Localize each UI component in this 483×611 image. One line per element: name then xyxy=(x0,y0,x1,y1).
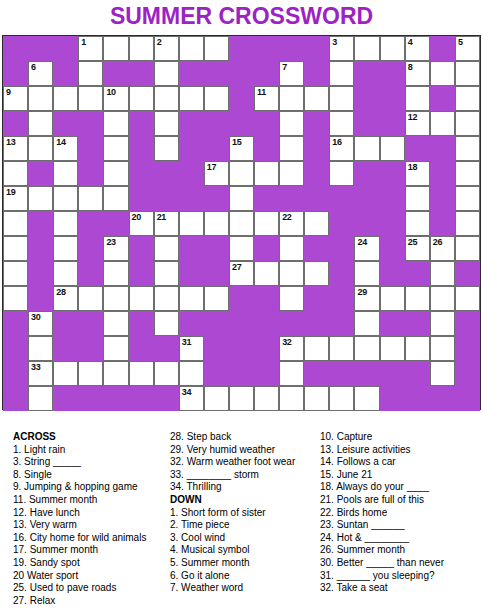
grid-cell[interactable] xyxy=(254,386,279,411)
grid-cell[interactable]: 6 xyxy=(28,61,53,86)
block-cell xyxy=(430,36,455,61)
block-cell xyxy=(380,311,405,336)
grid-cell[interactable]: 21 xyxy=(154,211,179,236)
block-cell xyxy=(279,186,304,211)
grid-cell[interactable] xyxy=(53,186,78,211)
clue-item: 29. Very humid weather xyxy=(170,444,318,457)
grid-cell[interactable] xyxy=(279,286,304,311)
grid-cell[interactable] xyxy=(254,261,279,286)
grid-cell[interactable]: 30 xyxy=(28,311,53,336)
clue-item: 21. Pools are full of this xyxy=(320,494,480,507)
grid-cell[interactable]: 19 xyxy=(3,186,28,211)
grid-cell[interactable] xyxy=(354,36,379,61)
grid-cell[interactable] xyxy=(103,36,128,61)
grid-cell[interactable]: 1 xyxy=(78,36,103,61)
grid-cell[interactable] xyxy=(154,236,179,261)
grid-cell[interactable] xyxy=(430,336,455,361)
block-cell xyxy=(179,161,204,186)
clue-item: 14. Follows a car xyxy=(320,456,480,469)
across-header: ACROSS xyxy=(13,431,168,444)
block-cell xyxy=(3,336,28,361)
grid-cell[interactable] xyxy=(53,261,78,286)
block-cell xyxy=(304,311,329,336)
block-cell xyxy=(78,386,103,411)
grid-cell[interactable]: 3 xyxy=(329,36,354,61)
grid-cell[interactable] xyxy=(279,386,304,411)
grid-cell[interactable] xyxy=(279,86,304,111)
block-cell xyxy=(380,86,405,111)
clue-item: 6. Go it alone xyxy=(170,570,318,583)
grid-cell[interactable] xyxy=(28,86,53,111)
across-clue-list-1: 1. Light rain3. String _____8. Single9. … xyxy=(13,444,168,608)
clue-item: 28. Step back xyxy=(170,431,318,444)
block-cell xyxy=(229,61,254,86)
clue-number: 33 xyxy=(31,362,40,373)
grid-cell[interactable] xyxy=(455,61,480,86)
grid-cell[interactable] xyxy=(455,211,480,236)
block-cell xyxy=(129,111,154,136)
grid-cell[interactable]: 32 xyxy=(279,336,304,361)
block-cell xyxy=(229,36,254,61)
block-cell xyxy=(53,386,78,411)
block-cell xyxy=(129,161,154,186)
block-cell xyxy=(430,186,455,211)
block-cell xyxy=(28,36,53,61)
grid-cell[interactable] xyxy=(154,86,179,111)
grid-cell[interactable] xyxy=(455,286,480,311)
grid-cell[interactable] xyxy=(103,261,128,286)
grid-cell[interactable] xyxy=(304,261,329,286)
grid-cell[interactable]: 34 xyxy=(179,386,204,411)
grid-cell[interactable] xyxy=(329,86,354,111)
block-cell xyxy=(254,186,279,211)
clue-item: 10. Capture xyxy=(320,431,480,444)
block-cell xyxy=(380,386,405,411)
block-cell xyxy=(304,136,329,161)
block-cell xyxy=(304,61,329,86)
crossword-grid: 1234567891011121314151617181920212223242… xyxy=(2,35,481,410)
block-cell xyxy=(53,111,78,136)
grid-cell[interactable]: 14 xyxy=(53,136,78,161)
grid-cell[interactable]: 10 xyxy=(103,86,128,111)
clue-item: 1. Light rain xyxy=(13,444,168,457)
grid-cell[interactable] xyxy=(154,361,179,386)
grid-cell[interactable] xyxy=(78,86,103,111)
block-cell xyxy=(179,311,204,336)
block-cell xyxy=(329,261,354,286)
clue-number: 6 xyxy=(31,62,36,73)
clue-item: 20 Water sport xyxy=(13,570,168,583)
block-cell xyxy=(354,86,379,111)
grid-cell[interactable] xyxy=(430,286,455,311)
clue-column-2: 28. Step back29. Very humid weather32. W… xyxy=(170,431,318,595)
clue-number: 15 xyxy=(232,137,241,148)
grid-cell[interactable]: 13 xyxy=(3,136,28,161)
grid-cell[interactable] xyxy=(78,186,103,211)
grid-cell[interactable] xyxy=(455,136,480,161)
clue-item: 13. Very warm xyxy=(13,519,168,532)
grid-cell[interactable]: 16 xyxy=(329,136,354,161)
block-cell xyxy=(103,61,128,86)
block-cell xyxy=(53,336,78,361)
grid-cell[interactable] xyxy=(28,111,53,136)
grid-cell[interactable] xyxy=(304,336,329,361)
block-cell xyxy=(229,311,254,336)
grid-cell[interactable]: 8 xyxy=(405,61,430,86)
block-cell xyxy=(430,211,455,236)
grid-cell[interactable] xyxy=(3,211,28,236)
grid-cell[interactable] xyxy=(204,286,229,311)
grid-cell[interactable]: 15 xyxy=(229,136,254,161)
clue-item: 32. Warm weather foot wear xyxy=(170,456,318,469)
clue-item: 30. Better _____ than never xyxy=(320,557,480,570)
grid-cell[interactable] xyxy=(179,36,204,61)
clue-item: 9. Jumping & hopping game xyxy=(13,481,168,494)
block-cell xyxy=(279,36,304,61)
grid-cell[interactable] xyxy=(455,236,480,261)
grid-cell[interactable] xyxy=(354,336,379,361)
block-cell xyxy=(380,211,405,236)
block-cell xyxy=(380,61,405,86)
grid-cell[interactable]: 23 xyxy=(103,236,128,261)
grid-cell[interactable] xyxy=(154,136,179,161)
block-cell xyxy=(229,361,254,386)
block-cell xyxy=(304,186,329,211)
grid-cell[interactable] xyxy=(28,186,53,211)
block-cell xyxy=(254,236,279,261)
clue-number: 4 xyxy=(408,37,413,48)
block-cell xyxy=(304,361,329,386)
block-cell xyxy=(103,211,128,236)
grid-cell[interactable] xyxy=(129,36,154,61)
clue-number: 5 xyxy=(458,37,463,48)
clue-number: 28 xyxy=(56,287,65,298)
grid-cell[interactable] xyxy=(430,311,455,336)
grid-cell[interactable] xyxy=(430,361,455,386)
grid-cell[interactable] xyxy=(279,261,304,286)
clue-number: 23 xyxy=(106,237,115,248)
grid-cell[interactable] xyxy=(405,286,430,311)
grid-cell[interactable] xyxy=(380,286,405,311)
clue-item: 7. Weather word xyxy=(170,582,318,595)
grid-cell[interactable] xyxy=(78,61,103,86)
clue-item: 8. Single xyxy=(13,469,168,482)
grid-cell[interactable] xyxy=(3,261,28,286)
clue-number: 1 xyxy=(81,37,86,48)
block-cell xyxy=(28,236,53,261)
grid-cell[interactable] xyxy=(329,111,354,136)
block-cell xyxy=(204,111,229,136)
grid-cell[interactable] xyxy=(103,286,128,311)
grid-cell[interactable] xyxy=(430,111,455,136)
clue-item: 27. Relax xyxy=(13,595,168,608)
block-cell xyxy=(204,311,229,336)
grid-cell[interactable]: 29 xyxy=(354,286,379,311)
grid-cell[interactable] xyxy=(380,136,405,161)
grid-cell[interactable]: 7 xyxy=(279,61,304,86)
grid-cell[interactable] xyxy=(430,61,455,86)
block-cell xyxy=(204,236,229,261)
clue-number: 9 xyxy=(6,87,11,98)
block-cell xyxy=(28,286,53,311)
block-cell xyxy=(254,286,279,311)
grid-cell[interactable] xyxy=(78,286,103,311)
grid-cell[interactable]: 5 xyxy=(455,36,480,61)
clue-item: 2. Time piece xyxy=(170,519,318,532)
grid-cell[interactable] xyxy=(405,211,430,236)
grid-cell[interactable] xyxy=(103,111,128,136)
clue-number: 22 xyxy=(282,212,291,223)
clue-item: 17. Summer month xyxy=(13,544,168,557)
grid-cell[interactable] xyxy=(103,336,128,361)
block-cell xyxy=(254,311,279,336)
block-cell xyxy=(229,336,254,361)
block-cell xyxy=(129,136,154,161)
block-cell xyxy=(354,61,379,86)
grid-cell[interactable] xyxy=(405,86,430,111)
block-cell xyxy=(405,136,430,161)
grid-cell[interactable] xyxy=(103,361,128,386)
clue-item: 13. Leisure activities xyxy=(320,444,480,457)
grid-cell[interactable]: 2 xyxy=(154,36,179,61)
block-cell xyxy=(3,361,28,386)
grid-cell[interactable] xyxy=(329,161,354,186)
block-cell xyxy=(279,311,304,336)
grid-cell[interactable] xyxy=(129,286,154,311)
grid-cell[interactable] xyxy=(129,86,154,111)
down-clue-list-1: 1. Short form of sister2. Time piece3. C… xyxy=(170,507,318,595)
block-cell xyxy=(3,36,28,61)
grid-cell[interactable] xyxy=(53,211,78,236)
grid-cell[interactable] xyxy=(304,211,329,236)
block-cell xyxy=(455,261,480,286)
block-cell xyxy=(154,386,179,411)
grid-cell[interactable] xyxy=(179,86,204,111)
clue-number: 27 xyxy=(232,262,241,273)
clue-item: 18. Always do your ____ xyxy=(320,481,480,494)
grid-cell[interactable] xyxy=(53,161,78,186)
clues-section: ACROSS 1. Light rain3. String _____8. Si… xyxy=(0,431,483,611)
grid-cell[interactable] xyxy=(154,111,179,136)
grid-cell[interactable] xyxy=(279,361,304,386)
block-cell xyxy=(204,186,229,211)
grid-cell[interactable] xyxy=(28,136,53,161)
grid-cell[interactable]: 12 xyxy=(405,111,430,136)
block-cell xyxy=(129,386,154,411)
block-cell xyxy=(78,236,103,261)
grid-cell[interactable] xyxy=(28,386,53,411)
clue-number: 31 xyxy=(182,337,191,348)
block-cell xyxy=(229,286,254,311)
block-cell xyxy=(28,211,53,236)
grid-cell[interactable] xyxy=(179,361,204,386)
clue-item: 34. Thrilling xyxy=(170,481,318,494)
block-cell xyxy=(129,236,154,261)
block-cell xyxy=(430,386,455,411)
block-cell xyxy=(78,311,103,336)
block-cell xyxy=(129,311,154,336)
block-cell xyxy=(405,261,430,286)
grid-cell[interactable]: 26 xyxy=(430,236,455,261)
grid-cell[interactable] xyxy=(204,86,229,111)
grid-cell[interactable] xyxy=(129,361,154,386)
grid-cell[interactable] xyxy=(53,86,78,111)
grid-cell[interactable]: 27 xyxy=(229,261,254,286)
grid-cell[interactable] xyxy=(3,161,28,186)
grid-cell[interactable]: 4 xyxy=(405,36,430,61)
grid-cell[interactable] xyxy=(304,86,329,111)
clue-number: 18 xyxy=(408,162,417,173)
block-cell xyxy=(103,386,128,411)
grid-cell[interactable] xyxy=(455,111,480,136)
grid-cell[interactable] xyxy=(279,136,304,161)
block-cell xyxy=(254,361,279,386)
grid-cell[interactable] xyxy=(3,236,28,261)
block-cell xyxy=(78,161,103,186)
grid-cell[interactable] xyxy=(154,61,179,86)
grid-cell[interactable]: 33 xyxy=(28,361,53,386)
block-cell xyxy=(179,236,204,261)
grid-cell[interactable] xyxy=(103,186,128,211)
grid-cell[interactable]: 9 xyxy=(3,86,28,111)
block-cell xyxy=(129,61,154,86)
grid-cell[interactable] xyxy=(354,386,379,411)
clue-number: 25 xyxy=(408,237,417,248)
clue-item: 19. Sandy spot xyxy=(13,557,168,570)
grid-cell[interactable] xyxy=(204,36,229,61)
block-cell xyxy=(179,61,204,86)
grid-cell[interactable] xyxy=(405,336,430,361)
grid-cell[interactable]: 11 xyxy=(254,86,279,111)
block-cell xyxy=(204,136,229,161)
grid-cell[interactable]: 18 xyxy=(405,161,430,186)
grid-cell[interactable] xyxy=(329,61,354,86)
clue-number: 26 xyxy=(433,237,442,248)
grid-cell[interactable] xyxy=(179,286,204,311)
grid-cell[interactable] xyxy=(455,86,480,111)
block-cell xyxy=(354,186,379,211)
clue-number: 16 xyxy=(332,137,341,148)
block-cell xyxy=(78,261,103,286)
clue-item: 31. ______ you sleeping? xyxy=(320,570,480,583)
block-cell xyxy=(53,36,78,61)
grid-cell[interactable] xyxy=(3,286,28,311)
grid-cell[interactable] xyxy=(53,236,78,261)
grid-cell[interactable] xyxy=(28,336,53,361)
clue-item: 24. Hot & ________ xyxy=(320,532,480,545)
block-cell xyxy=(380,236,405,261)
block-cell xyxy=(3,386,28,411)
block-cell xyxy=(380,161,405,186)
block-cell xyxy=(354,111,379,136)
clue-item: 1. Short form of sister xyxy=(170,507,318,520)
clue-item: 12. Have lunch xyxy=(13,507,168,520)
grid-cell[interactable] xyxy=(154,261,179,286)
clue-number: 30 xyxy=(31,312,40,323)
grid-cell[interactable] xyxy=(380,336,405,361)
grid-cell[interactable] xyxy=(254,161,279,186)
clue-number: 7 xyxy=(282,62,287,73)
clue-item: 11. Summer month xyxy=(13,494,168,507)
block-cell xyxy=(304,36,329,61)
grid-cell[interactable] xyxy=(154,286,179,311)
grid-cell[interactable]: 31 xyxy=(179,336,204,361)
grid-cell[interactable] xyxy=(154,311,179,336)
grid-cell[interactable] xyxy=(455,186,480,211)
grid-cell[interactable] xyxy=(229,186,254,211)
block-cell xyxy=(154,161,179,186)
grid-cell[interactable] xyxy=(405,186,430,211)
block-cell xyxy=(380,111,405,136)
grid-cell[interactable]: 28 xyxy=(53,286,78,311)
grid-cell[interactable] xyxy=(354,311,379,336)
block-cell xyxy=(78,111,103,136)
clue-number: 29 xyxy=(357,287,366,298)
grid-cell[interactable] xyxy=(78,361,103,386)
grid-cell[interactable] xyxy=(279,236,304,261)
block-cell xyxy=(129,261,154,286)
block-cell xyxy=(53,61,78,86)
grid-cell[interactable] xyxy=(229,236,254,261)
clue-number: 34 xyxy=(182,387,191,398)
grid-cell[interactable] xyxy=(329,386,354,411)
grid-cell[interactable]: 17 xyxy=(204,161,229,186)
grid-cell[interactable] xyxy=(455,161,480,186)
block-cell xyxy=(254,336,279,361)
block-cell xyxy=(28,161,53,186)
grid-cell[interactable] xyxy=(103,161,128,186)
grid-cell[interactable] xyxy=(204,386,229,411)
block-cell xyxy=(329,361,354,386)
grid-cell[interactable] xyxy=(279,111,304,136)
block-cell xyxy=(254,136,279,161)
clue-item: 22. Birds home xyxy=(320,507,480,520)
grid-cell[interactable] xyxy=(179,211,204,236)
grid-cell[interactable] xyxy=(229,211,254,236)
block-cell xyxy=(78,136,103,161)
grid-cell[interactable] xyxy=(354,136,379,161)
grid-cell[interactable]: 22 xyxy=(279,211,304,236)
grid-cell[interactable] xyxy=(103,311,128,336)
grid-cell[interactable] xyxy=(103,136,128,161)
grid-cell[interactable] xyxy=(254,211,279,236)
block-cell xyxy=(179,261,204,286)
grid-cell[interactable]: 20 xyxy=(129,211,154,236)
block-cell xyxy=(405,361,430,386)
grid-cell[interactable] xyxy=(229,386,254,411)
grid-cell[interactable]: 24 xyxy=(354,236,379,261)
clue-number: 11 xyxy=(257,87,266,98)
down-header: DOWN xyxy=(170,494,318,507)
block-cell xyxy=(304,161,329,186)
grid-cell[interactable] xyxy=(304,386,329,411)
grid-cell[interactable] xyxy=(329,336,354,361)
grid-cell[interactable] xyxy=(279,161,304,186)
grid-cell[interactable] xyxy=(53,361,78,386)
clue-number: 17 xyxy=(207,162,216,173)
grid-cell[interactable] xyxy=(204,211,229,236)
down-clue-list-2: 10. Capture13. Leisure activities14. Fol… xyxy=(320,431,480,595)
grid-cell[interactable] xyxy=(229,161,254,186)
grid-cell[interactable] xyxy=(430,261,455,286)
clue-number: 3 xyxy=(332,37,337,48)
clue-item: 3. String _____ xyxy=(13,456,168,469)
block-cell xyxy=(254,111,279,136)
grid-cell[interactable] xyxy=(354,261,379,286)
block-cell xyxy=(405,311,430,336)
grid-cell[interactable] xyxy=(380,36,405,61)
grid-cell[interactable]: 25 xyxy=(405,236,430,261)
